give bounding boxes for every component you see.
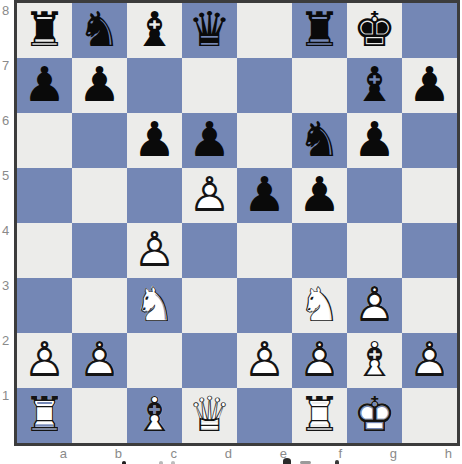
- piece-outline-glyph: ♙: [188, 170, 231, 218]
- square-e5[interactable]: ♟: [237, 168, 292, 223]
- file-label-d: d: [182, 446, 237, 464]
- cropped-notation-glyph: [283, 458, 291, 464]
- piece-glyph: ♟: [353, 115, 396, 163]
- piece-glyph: ♞: [298, 115, 341, 163]
- square-b1[interactable]: [72, 388, 127, 443]
- square-c1[interactable]: ♝♗: [127, 388, 182, 443]
- piece-black-pawn[interactable]: ♟: [402, 58, 457, 113]
- piece-white-rook[interactable]: ♜♖: [17, 388, 72, 443]
- rank-label-8: 8: [0, 3, 14, 58]
- square-e7[interactable]: [237, 58, 292, 113]
- piece-black-rook[interactable]: ♜: [292, 3, 347, 58]
- piece-black-knight[interactable]: ♞: [292, 113, 347, 168]
- square-d6[interactable]: ♟: [182, 113, 237, 168]
- piece-outline-glyph: ♙: [298, 335, 341, 383]
- square-c5[interactable]: [127, 168, 182, 223]
- rank-label-2: 2: [0, 333, 14, 388]
- piece-white-knight[interactable]: ♞♘: [292, 278, 347, 333]
- square-d4[interactable]: [182, 223, 237, 278]
- square-c3[interactable]: ♞♘: [127, 278, 182, 333]
- square-b7[interactable]: ♟: [72, 58, 127, 113]
- square-e1[interactable]: [237, 388, 292, 443]
- file-label-a: a: [17, 446, 72, 464]
- cropped-notation-glyph: [335, 460, 339, 464]
- piece-black-queen[interactable]: ♛: [182, 3, 237, 58]
- square-h4[interactable]: [402, 223, 457, 278]
- rank-label-6: 6: [0, 113, 14, 168]
- piece-outline-glyph: ♘: [298, 280, 341, 328]
- piece-white-pawn[interactable]: ♟♙: [182, 168, 237, 223]
- square-e8[interactable]: [237, 3, 292, 58]
- square-b5[interactable]: [72, 168, 127, 223]
- square-d3[interactable]: [182, 278, 237, 333]
- piece-white-bishop[interactable]: ♝♗: [347, 333, 402, 388]
- piece-black-pawn[interactable]: ♟: [182, 113, 237, 168]
- piece-outline-glyph: ♙: [243, 335, 286, 383]
- square-c2[interactable]: [127, 333, 182, 388]
- piece-white-rook[interactable]: ♜♖: [292, 388, 347, 443]
- piece-black-bishop[interactable]: ♝: [347, 58, 402, 113]
- piece-white-pawn[interactable]: ♟♙: [292, 333, 347, 388]
- square-e2[interactable]: ♟♙: [237, 333, 292, 388]
- square-a3[interactable]: [17, 278, 72, 333]
- square-f6[interactable]: ♞: [292, 113, 347, 168]
- file-label-g: g: [347, 446, 402, 464]
- square-a6[interactable]: [17, 113, 72, 168]
- square-b3[interactable]: [72, 278, 127, 333]
- square-a1[interactable]: ♜♖: [17, 388, 72, 443]
- square-f1[interactable]: ♜♖: [292, 388, 347, 443]
- piece-glyph: ♜: [298, 5, 341, 53]
- piece-black-bishop[interactable]: ♝: [127, 3, 182, 58]
- square-g4[interactable]: [347, 223, 402, 278]
- piece-glyph: ♟: [23, 60, 66, 108]
- piece-glyph: ♝: [353, 60, 396, 108]
- square-f2[interactable]: ♟♙: [292, 333, 347, 388]
- piece-outline-glyph: ♙: [353, 280, 396, 328]
- square-f5[interactable]: ♟: [292, 168, 347, 223]
- piece-black-rook[interactable]: ♜: [17, 3, 72, 58]
- square-c8[interactable]: ♝: [127, 3, 182, 58]
- square-a7[interactable]: ♟: [17, 58, 72, 113]
- piece-black-pawn[interactable]: ♟: [292, 168, 347, 223]
- board: ♜♞♝♛♜♚♟♟♝♟♟♟♞♟♟♙♟♟♟♙♞♘♞♘♟♙♟♙♟♙♟♙♟♙♝♗♟♙♜♖…: [14, 0, 460, 446]
- piece-outline-glyph: ♙: [78, 335, 121, 383]
- square-e4[interactable]: [237, 223, 292, 278]
- rank-label-7: 7: [0, 58, 14, 113]
- piece-outline-glyph: ♙: [133, 225, 176, 273]
- piece-outline-glyph: ♙: [23, 335, 66, 383]
- piece-white-knight[interactable]: ♞♘: [127, 278, 182, 333]
- rank-label-3: 3: [0, 278, 14, 333]
- square-f8[interactable]: ♜: [292, 3, 347, 58]
- square-d7[interactable]: [182, 58, 237, 113]
- square-a8[interactable]: ♜: [17, 3, 72, 58]
- square-f7[interactable]: [292, 58, 347, 113]
- piece-glyph: ♚: [353, 5, 396, 53]
- square-a2[interactable]: ♟♙: [17, 333, 72, 388]
- piece-black-pawn[interactable]: ♟: [17, 58, 72, 113]
- square-h5[interactable]: [402, 168, 457, 223]
- piece-outline-glyph: ♗: [353, 335, 396, 383]
- square-g1[interactable]: ♚♔: [347, 388, 402, 443]
- piece-white-bishop[interactable]: ♝♗: [127, 388, 182, 443]
- piece-glyph: ♟: [298, 170, 341, 218]
- square-g6[interactable]: ♟: [347, 113, 402, 168]
- square-h7[interactable]: ♟: [402, 58, 457, 113]
- piece-glyph: ♟: [243, 170, 286, 218]
- square-h3[interactable]: [402, 278, 457, 333]
- rank-label-1: 1: [0, 388, 14, 443]
- piece-white-queen[interactable]: ♛♕: [182, 388, 237, 443]
- piece-glyph: ♟: [78, 60, 121, 108]
- piece-outline-glyph: ♘: [133, 280, 176, 328]
- square-b4[interactable]: [72, 223, 127, 278]
- piece-glyph: ♟: [408, 60, 451, 108]
- piece-glyph: ♟: [133, 115, 176, 163]
- piece-outline-glyph: ♔: [353, 390, 396, 438]
- square-d2[interactable]: [182, 333, 237, 388]
- square-h2[interactable]: ♟♙: [402, 333, 457, 388]
- piece-white-pawn[interactable]: ♟♙: [17, 333, 72, 388]
- piece-white-pawn[interactable]: ♟♙: [127, 223, 182, 278]
- piece-black-knight[interactable]: ♞: [72, 3, 127, 58]
- square-h1[interactable]: [402, 388, 457, 443]
- rank-coordinates: 87654321: [0, 0, 14, 446]
- square-g3[interactable]: ♟♙: [347, 278, 402, 333]
- piece-black-pawn[interactable]: ♟: [237, 168, 292, 223]
- square-d1[interactable]: ♛♕: [182, 388, 237, 443]
- chess-diagram: 87654321 ♜♞♝♛♜♚♟♟♝♟♟♟♞♟♟♙♟♟♟♙♞♘♞♘♟♙♟♙♟♙♟…: [0, 0, 460, 464]
- square-c4[interactable]: ♟♙: [127, 223, 182, 278]
- piece-white-pawn[interactable]: ♟♙: [237, 333, 292, 388]
- square-d5[interactable]: ♟♙: [182, 168, 237, 223]
- square-b2[interactable]: ♟♙: [72, 333, 127, 388]
- piece-glyph: ♞: [78, 5, 121, 53]
- file-coordinates: abcdefgh: [17, 446, 460, 464]
- piece-white-pawn[interactable]: ♟♙: [402, 333, 457, 388]
- piece-white-pawn[interactable]: ♟♙: [347, 278, 402, 333]
- piece-glyph: ♜: [23, 5, 66, 53]
- square-f4[interactable]: [292, 223, 347, 278]
- square-g5[interactable]: [347, 168, 402, 223]
- square-e3[interactable]: [237, 278, 292, 333]
- file-label-h: h: [402, 446, 457, 464]
- square-h6[interactable]: [402, 113, 457, 168]
- piece-glyph: ♝: [133, 5, 176, 53]
- square-d8[interactable]: ♛: [182, 3, 237, 58]
- square-h8[interactable]: [402, 3, 457, 58]
- piece-white-pawn[interactable]: ♟♙: [72, 333, 127, 388]
- piece-black-king[interactable]: ♚: [347, 3, 402, 58]
- piece-white-king[interactable]: ♚♔: [347, 388, 402, 443]
- piece-black-pawn[interactable]: ♟: [347, 113, 402, 168]
- rank-label-5: 5: [0, 168, 14, 223]
- square-b8[interactable]: ♞: [72, 3, 127, 58]
- piece-glyph: ♟: [188, 115, 231, 163]
- square-b6[interactable]: [72, 113, 127, 168]
- square-a5[interactable]: [17, 168, 72, 223]
- piece-outline-glyph: ♖: [23, 390, 66, 438]
- square-a4[interactable]: [17, 223, 72, 278]
- square-g2[interactable]: ♝♗: [347, 333, 402, 388]
- square-c6[interactable]: ♟: [127, 113, 182, 168]
- rank-label-4: 4: [0, 223, 14, 278]
- square-e6[interactable]: [237, 113, 292, 168]
- square-g8[interactable]: ♚: [347, 3, 402, 58]
- piece-black-pawn[interactable]: ♟: [127, 113, 182, 168]
- piece-glyph: ♛: [188, 5, 231, 53]
- piece-outline-glyph: ♙: [408, 335, 451, 383]
- piece-black-pawn[interactable]: ♟: [72, 58, 127, 113]
- piece-outline-glyph: ♗: [133, 390, 176, 438]
- square-g7[interactable]: ♝: [347, 58, 402, 113]
- file-label-b: b: [72, 446, 127, 464]
- square-f3[interactable]: ♞♘: [292, 278, 347, 333]
- piece-outline-glyph: ♖: [298, 390, 341, 438]
- piece-outline-glyph: ♕: [188, 390, 231, 438]
- square-c7[interactable]: [127, 58, 182, 113]
